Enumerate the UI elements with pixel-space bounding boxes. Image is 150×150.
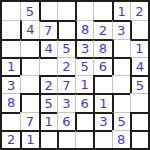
given-digit: 5 [80,60,88,73]
cell-r5c3[interactable]: 2 [39,75,57,93]
cell-r5c1[interactable]: 3 [2,75,20,93]
given-digit: 4 [44,42,52,55]
cell-r6c6[interactable]: 1 [93,93,111,111]
cell-r4c5[interactable]: 5 [75,57,93,75]
cell-r1c3[interactable] [39,2,57,20]
cell-r7c4[interactable]: 6 [57,112,75,130]
cell-r4c6[interactable]: 6 [93,57,111,75]
cell-r7c1[interactable] [2,112,20,130]
cell-r3c1[interactable] [2,39,20,57]
given-digit: 8 [99,42,107,55]
given-digit: 2 [62,60,70,73]
cell-r8c8[interactable] [130,130,148,148]
cell-r4c7[interactable] [112,57,130,75]
given-digit: 7 [44,24,52,37]
cell-r4c3[interactable] [39,57,57,75]
given-digit: 5 [136,79,144,92]
given-digit: 8 [117,133,125,146]
cell-r1c6[interactable] [93,2,111,20]
given-digit: 7 [26,115,34,128]
given-digit: 2 [135,5,143,18]
cell-r6c4[interactable]: 3 [57,93,75,111]
given-digit: 1 [135,42,143,55]
cell-r1c8[interactable]: 2 [130,2,148,20]
cell-r3c8[interactable]: 1 [130,39,148,57]
cell-r1c5[interactable] [75,2,93,20]
given-digit: 6 [99,60,107,73]
cell-r6c1[interactable]: 8 [2,93,20,111]
cell-r2c8[interactable] [130,20,148,38]
cell-r8c5[interactable] [75,130,93,148]
cell-r7c7[interactable]: 5 [112,112,130,130]
cell-r7c8[interactable] [130,112,148,130]
given-digit: 1 [117,5,125,18]
given-digit: 2 [44,79,52,92]
cell-r3c7[interactable] [112,39,130,57]
given-digit: 5 [62,42,70,55]
cell-r4c8[interactable]: 4 [130,57,148,75]
cell-r3c3[interactable]: 4 [39,39,57,57]
cell-r4c2[interactable] [20,57,38,75]
cell-r6c8[interactable] [130,93,148,111]
cell-r6c2[interactable] [20,93,38,111]
given-digit: 1 [26,133,34,146]
sudoku-board: 512478234538112564327158536171635218 [0,0,150,150]
cell-r7c3[interactable]: 1 [39,112,57,130]
given-digit: 2 [99,24,107,37]
cell-r8c2[interactable]: 1 [20,130,38,148]
cell-r5c4[interactable]: 7 [57,75,75,93]
cell-r3c5[interactable]: 3 [75,39,93,57]
given-digit: 3 [117,24,125,37]
cell-r5c6[interactable] [93,75,111,93]
cell-r7c6[interactable]: 3 [93,112,111,130]
cell-r3c4[interactable]: 5 [57,39,75,57]
given-digit: 6 [62,115,70,128]
cell-r5c2[interactable] [20,75,38,93]
cell-r4c1[interactable]: 1 [2,57,20,75]
cell-r2c7[interactable]: 3 [112,20,130,38]
given-digit: 4 [26,23,34,36]
cell-r2c3[interactable]: 7 [39,20,57,38]
given-digit: 8 [81,23,89,36]
cell-r8c1[interactable]: 2 [2,130,20,148]
cell-r6c3[interactable]: 5 [39,93,57,111]
cell-r4c4[interactable]: 2 [57,57,75,75]
given-digit: 3 [99,115,107,128]
cell-r8c7[interactable]: 8 [112,130,130,148]
cell-r1c1[interactable] [2,2,20,20]
cell-r7c5[interactable] [75,112,93,130]
cell-r2c1[interactable] [2,20,20,38]
given-digit: 3 [81,42,89,55]
cell-r1c7[interactable]: 1 [112,2,130,20]
cell-r7c2[interactable]: 7 [20,112,38,130]
cell-r2c5[interactable]: 8 [75,20,93,38]
given-digit: 6 [80,97,88,110]
cell-r5c7[interactable] [112,75,130,93]
given-digit: 8 [7,96,15,109]
given-digit: 1 [99,97,107,110]
cell-r5c8[interactable]: 5 [130,75,148,93]
given-digit: 5 [26,5,34,18]
given-digit: 1 [7,60,15,73]
cell-r5c5[interactable]: 1 [75,75,93,93]
given-digit: 5 [44,97,52,110]
cell-r3c2[interactable] [20,39,38,57]
given-digit: 1 [80,78,88,91]
cell-r8c3[interactable] [39,130,57,148]
cell-r2c4[interactable] [57,20,75,38]
cell-r1c4[interactable] [57,2,75,20]
given-digit: 4 [136,60,144,73]
cell-r8c4[interactable] [57,130,75,148]
given-digit: 1 [44,115,52,128]
cell-r6c7[interactable] [112,93,130,111]
given-digit: 5 [117,115,125,128]
given-digit: 3 [62,97,70,110]
cell-r6c5[interactable]: 6 [75,93,93,111]
given-digit: 7 [62,79,70,92]
cell-r3c6[interactable]: 8 [93,39,111,57]
given-digit: 3 [7,79,15,92]
cell-r1c2[interactable]: 5 [20,2,38,20]
given-digit: 2 [7,133,15,146]
cell-r2c2[interactable]: 4 [20,20,38,38]
cell-r2c6[interactable]: 2 [93,20,111,38]
cell-r8c6[interactable] [93,130,111,148]
